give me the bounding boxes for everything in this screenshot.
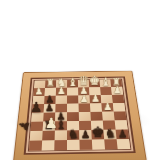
piece-black-pawn: ♟: [44, 94, 56, 104]
square-c5: [55, 104, 67, 113]
square-f7: [89, 87, 101, 95]
square-e8: ♛: [78, 80, 89, 88]
square-e7: ♟: [78, 87, 89, 95]
piece-white-pawn: ♟: [78, 94, 90, 104]
piece-white-pawn: ♟: [33, 87, 44, 97]
chess-box: ♜♞♝♛♚♝♜♟♟♟♟♟♟♟♟♟♟♜♝♞♟♚♞♟: [13, 71, 147, 160]
square-g8: ♝: [100, 79, 112, 87]
square-f1: [92, 139, 105, 149]
piece-white-bishop: ♝: [67, 77, 78, 88]
square-e5: [79, 103, 91, 112]
square-d8: ♝: [67, 80, 78, 88]
piece-white-bishop: ♝: [100, 76, 111, 87]
captured-black-pawn-standing: ♟: [30, 100, 43, 114]
square-h1: [117, 139, 131, 149]
piece-black-pawn: ♟: [44, 103, 56, 113]
square-g7: [100, 87, 112, 95]
square-f3: [91, 121, 104, 130]
product-photo-scene: ♜♞♝♛♚♝♜♟♟♟♟♟♟♟♟♟♟♜♝♞♟♚♞♟ ♟ ♟ ♟: [0, 0, 160, 160]
square-a2: [30, 131, 43, 141]
piece-black-knight: ♞: [104, 127, 117, 140]
square-g5: ♟: [101, 103, 113, 112]
piece-white-rook: ♜: [111, 77, 122, 87]
piece-white-queen: ♛: [78, 75, 89, 88]
square-c1: [54, 140, 67, 150]
square-f5: [90, 103, 102, 112]
piece-black-knight: ♞: [67, 128, 80, 141]
square-h2: ♟: [116, 129, 129, 139]
square-g4: [102, 112, 115, 121]
piece-white-knight: ♞: [56, 77, 67, 88]
board-inlay-trim: ♜♞♝♛♚♝♜♟♟♟♟♟♟♟♟♟♟♜♝♞♟♚♞♟: [24, 76, 136, 154]
square-d5: [67, 104, 79, 113]
square-g1: [104, 139, 117, 149]
piece-black-pawn: ♟: [116, 129, 129, 140]
square-d3: [67, 121, 79, 130]
piece-white-pawn: ♟: [56, 86, 67, 96]
square-e6: ♟: [78, 95, 90, 103]
square-c6: [56, 96, 67, 104]
square-b5: ♟: [44, 104, 56, 113]
square-b8: ♜: [45, 80, 56, 88]
square-d4: [67, 112, 79, 121]
square-b1: [42, 140, 55, 150]
square-c8: ♞: [56, 80, 67, 88]
square-g2: ♞: [103, 130, 116, 140]
square-c2: [55, 130, 67, 140]
square-d1: [67, 140, 80, 150]
square-h4: [114, 111, 127, 120]
square-f4: [90, 112, 102, 121]
square-d6: [67, 95, 78, 103]
square-h8: ♜: [110, 79, 122, 87]
piece-white-pawn: ♟: [78, 86, 89, 96]
board-frame: ♜♞♝♛♚♝♜♟♟♟♟♟♟♟♟♟♟♜♝♞♟♚♞♟: [13, 71, 147, 160]
square-g3: [103, 120, 116, 129]
square-a7: ♟: [33, 88, 45, 96]
piece-white-king: ♚: [89, 75, 100, 88]
square-e4: [79, 112, 91, 121]
square-d2: ♞: [67, 130, 79, 140]
square-e3: [79, 121, 91, 130]
captured-white-pawn-standing: ♟: [45, 116, 58, 130]
square-e1: [79, 140, 92, 150]
square-h6: [112, 95, 124, 103]
square-b2: [42, 131, 55, 141]
square-a8: [34, 80, 45, 88]
square-e2: ♟: [79, 130, 92, 140]
square-c7: ♟: [56, 88, 67, 96]
square-f6: ♟: [90, 95, 102, 103]
square-h7: ♟: [111, 87, 123, 95]
piece-white-rook: ♜: [45, 78, 56, 88]
square-b6: ♟: [44, 96, 56, 104]
square-d7: [67, 88, 78, 96]
square-h3: [115, 120, 128, 129]
square-h5: [113, 103, 126, 112]
piece-white-pawn: ♟: [90, 94, 102, 104]
piece-black-pawn: ♟: [79, 129, 92, 140]
square-g6: [101, 95, 113, 103]
square-f2: ♚: [91, 130, 104, 140]
piece-white-pawn: ♟: [112, 85, 123, 95]
square-f8: ♚: [89, 80, 100, 88]
square-a1: [29, 140, 42, 150]
square-b7: [45, 88, 56, 96]
